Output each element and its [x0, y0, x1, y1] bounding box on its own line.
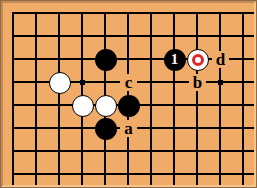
- board-point: [163, 71, 186, 94]
- board-point: [48, 163, 71, 186]
- board-point: [94, 2, 117, 25]
- board-point: [48, 48, 71, 71]
- board-point: [140, 140, 163, 163]
- board-point: [2, 163, 25, 186]
- white-stone: [72, 95, 94, 117]
- board-point: [94, 48, 117, 71]
- white-stone: [95, 95, 117, 117]
- board-point: [2, 117, 25, 140]
- board-point: [163, 140, 186, 163]
- board-point: [48, 2, 71, 25]
- board-point: [48, 71, 71, 94]
- board-point: [2, 71, 25, 94]
- board-point: [2, 94, 25, 117]
- board-point: [117, 25, 140, 48]
- board-point: [71, 117, 94, 140]
- board-point: [209, 71, 232, 94]
- board-point: [209, 25, 232, 48]
- board-point: [71, 2, 94, 25]
- board-point: [94, 25, 117, 48]
- white-stone: [49, 72, 71, 94]
- white-stone-marked: [187, 49, 209, 71]
- board-point: [71, 163, 94, 186]
- board-point: [140, 71, 163, 94]
- board-point: [163, 94, 186, 117]
- board-point: c: [117, 71, 140, 94]
- board-point: [209, 94, 232, 117]
- board-point: [48, 117, 71, 140]
- board-point: [71, 94, 94, 117]
- board-point: [94, 94, 117, 117]
- star-point: [80, 80, 85, 85]
- board-point: [232, 117, 255, 140]
- board-point: [94, 117, 117, 140]
- board-point: [163, 2, 186, 25]
- board-point: [117, 94, 140, 117]
- board-point: [163, 25, 186, 48]
- board-point: [140, 2, 163, 25]
- board-point: [232, 48, 255, 71]
- board-point: b: [186, 71, 209, 94]
- board-point: [48, 25, 71, 48]
- board-point: d: [209, 48, 232, 71]
- board-point: [117, 140, 140, 163]
- board-point: [209, 117, 232, 140]
- board-point: [209, 140, 232, 163]
- black-stone-move-1: 1: [164, 49, 186, 71]
- black-stone: [95, 49, 117, 71]
- point-label-a: a: [120, 120, 137, 137]
- point-label-c: c: [120, 74, 137, 91]
- board-point: [94, 140, 117, 163]
- black-stone: [118, 95, 140, 117]
- board-point: [117, 2, 140, 25]
- board-frame: 1dcba: [1, 1, 256, 187]
- board-point: [71, 71, 94, 94]
- board-point: [186, 94, 209, 117]
- board-point: [25, 163, 48, 186]
- board-point: [25, 117, 48, 140]
- board-point: [186, 140, 209, 163]
- board-point: [117, 48, 140, 71]
- board-point: [186, 2, 209, 25]
- board-point: [2, 48, 25, 71]
- board-point: [140, 163, 163, 186]
- board-point: [2, 140, 25, 163]
- board-point: [232, 94, 255, 117]
- board-point: [186, 163, 209, 186]
- board-point: [163, 117, 186, 140]
- move-number-label: 1: [171, 52, 179, 67]
- board-point: a: [117, 117, 140, 140]
- board-point: [140, 94, 163, 117]
- board-point: [209, 2, 232, 25]
- point-label-d: d: [212, 51, 229, 68]
- board-point: [232, 140, 255, 163]
- go-diagram: 1dcba: [0, 0, 257, 188]
- board-point: [48, 94, 71, 117]
- board-point: [232, 2, 255, 25]
- board-point: [117, 163, 140, 186]
- board-point: [25, 71, 48, 94]
- board-point: 1: [163, 48, 186, 71]
- board-point: [48, 140, 71, 163]
- board-point: [2, 25, 25, 48]
- board-point: [25, 48, 48, 71]
- board-point: [186, 117, 209, 140]
- board-point: [71, 48, 94, 71]
- board-point: [163, 163, 186, 186]
- circle-marker-icon: [192, 54, 204, 66]
- board-point: [25, 94, 48, 117]
- star-point: [218, 80, 223, 85]
- board-point: [140, 117, 163, 140]
- board-point: [186, 25, 209, 48]
- board-point: [94, 71, 117, 94]
- point-label-b: b: [189, 74, 206, 91]
- board-point: [232, 71, 255, 94]
- board-point: [94, 163, 117, 186]
- go-board-grid: 1dcba: [2, 2, 255, 186]
- board-point: [71, 140, 94, 163]
- board-point: [209, 163, 232, 186]
- board-point: [2, 2, 25, 25]
- board-point: [186, 48, 209, 71]
- board-point: [25, 2, 48, 25]
- black-stone: [95, 118, 117, 140]
- board-point: [25, 25, 48, 48]
- board-point: [25, 140, 48, 163]
- board-point: [140, 48, 163, 71]
- board-point: [232, 25, 255, 48]
- board-point: [71, 25, 94, 48]
- board-point: [140, 25, 163, 48]
- board-point: [232, 163, 255, 186]
